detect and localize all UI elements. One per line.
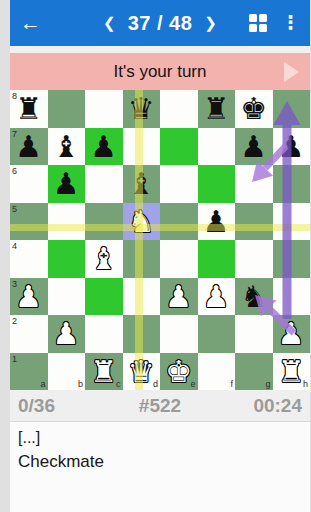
square-e3[interactable]: ♟ [160, 278, 198, 316]
square-c2[interactable] [85, 315, 123, 353]
black-bishop-d6: ♝ [123, 165, 161, 203]
square-c6[interactable] [85, 165, 123, 203]
black-pawn-g7: ♟ [235, 128, 273, 166]
square-d7[interactable] [123, 128, 161, 166]
square-b1[interactable]: b [48, 353, 86, 391]
puzzle-goal: Checkmate [18, 452, 302, 472]
square-d4[interactable] [123, 240, 161, 278]
move-history-prefix: [...] [18, 429, 302, 447]
black-pawn-c7: ♟ [85, 128, 123, 166]
square-c3[interactable] [85, 278, 123, 316]
square-b5[interactable] [48, 203, 86, 241]
rank-label-8: 8 [12, 91, 17, 101]
black-pawn-b6: ♟ [48, 165, 86, 203]
file-label-a: a [40, 379, 45, 389]
puzzle-id: #522 [98, 395, 222, 417]
turn-banner: It's your turn [10, 53, 310, 90]
top-bar-actions: ⋮ [249, 13, 300, 33]
square-e1[interactable]: e♚ [160, 353, 198, 391]
black-queen-d8: ♛ [123, 90, 161, 128]
white-pawn-f3: ♟ [198, 278, 236, 316]
square-e4[interactable] [160, 240, 198, 278]
board-grid-icon[interactable] [249, 14, 267, 32]
square-f7[interactable] [198, 128, 236, 166]
square-g2[interactable] [235, 315, 273, 353]
rank-label-5: 5 [12, 204, 17, 214]
square-g6[interactable] [235, 165, 273, 203]
white-pawn-b2: ♟ [48, 315, 86, 353]
white-knight-d5: ♞ [123, 203, 161, 241]
black-rook-f8: ♜ [198, 90, 236, 128]
file-label-c: c [116, 379, 121, 389]
bar-gap [10, 46, 310, 53]
rank-label-7: 7 [12, 129, 17, 139]
black-pawn-a7: ♟ [10, 128, 48, 166]
black-king-g8: ♚ [235, 90, 273, 128]
square-f4[interactable] [198, 240, 236, 278]
square-f6[interactable] [198, 165, 236, 203]
square-b3[interactable] [48, 278, 86, 316]
square-a8[interactable]: 8♜ [10, 90, 48, 128]
square-b6[interactable]: ♟ [48, 165, 86, 203]
white-king-e1: ♚ [160, 353, 198, 391]
square-h7[interactable]: ♟ [273, 128, 311, 166]
next-puzzle-chevron-icon[interactable]: ❯ [204, 14, 217, 32]
square-h8[interactable] [273, 90, 311, 128]
chess-board: 8♜♛♜♚7♟♝♟♟♟6♟♝5♞♟4♝3♟♟♟♞2♟♟1abc♜d♛e♚fgh♜ [10, 90, 310, 390]
square-e7[interactable] [160, 128, 198, 166]
board-squares: 8♜♛♜♚7♟♝♟♟♟6♟♝5♞♟4♝3♟♟♟♞2♟♟1abc♜d♛e♚fgh♜ [10, 90, 310, 390]
file-label-g: g [265, 379, 270, 389]
square-c8[interactable] [85, 90, 123, 128]
rank-label-3: 3 [12, 279, 17, 289]
square-a3[interactable]: 3♟ [10, 278, 48, 316]
rank-label-2: 2 [12, 316, 17, 326]
square-a5[interactable]: 5 [10, 203, 48, 241]
square-f3[interactable]: ♟ [198, 278, 236, 316]
square-a7[interactable]: 7♟ [10, 128, 48, 166]
square-d2[interactable] [123, 315, 161, 353]
square-a6[interactable]: 6 [10, 165, 48, 203]
square-d3[interactable] [123, 278, 161, 316]
square-h2[interactable]: ♟ [273, 315, 311, 353]
square-e5[interactable] [160, 203, 198, 241]
square-c4[interactable]: ♝ [85, 240, 123, 278]
square-d5[interactable]: ♞ [123, 203, 161, 241]
square-h3[interactable] [273, 278, 311, 316]
rank-label-1: 1 [12, 354, 17, 364]
square-h1[interactable]: h♜ [273, 353, 311, 391]
square-g1[interactable]: g [235, 353, 273, 391]
file-label-e: e [190, 379, 195, 389]
stats-bar: 0/36 #522 00:24 [10, 390, 310, 422]
square-c7[interactable]: ♟ [85, 128, 123, 166]
square-b7[interactable]: ♝ [48, 128, 86, 166]
square-f5[interactable]: ♟ [198, 203, 236, 241]
square-h4[interactable] [273, 240, 311, 278]
black-rook-a8: ♜ [10, 90, 48, 128]
rank-label-6: 6 [12, 166, 17, 176]
white-queen-d1: ♛ [123, 353, 161, 391]
square-c5[interactable] [85, 203, 123, 241]
white-bishop-c4: ♝ [85, 240, 123, 278]
score-counter: 0/36 [18, 395, 98, 417]
move-info-panel: [...] Checkmate [10, 422, 310, 479]
file-label-f: f [230, 379, 233, 389]
white-pawn-h2: ♟ [273, 315, 311, 353]
square-b8[interactable] [48, 90, 86, 128]
square-e2[interactable] [160, 315, 198, 353]
square-g7[interactable]: ♟ [235, 128, 273, 166]
black-knight-g3: ♞ [235, 278, 273, 316]
square-f2[interactable] [198, 315, 236, 353]
app-screen: ← ❮ 37 / 48 ❯ ⋮ It's your turn 8♜♛♜♚7♟♝♟… [10, 0, 310, 512]
white-pawn-e3: ♟ [160, 278, 198, 316]
prev-puzzle-chevron-icon[interactable]: ❮ [103, 14, 116, 32]
timer: 00:24 [222, 395, 302, 417]
turn-banner-text: It's your turn [113, 62, 206, 82]
square-e8[interactable] [160, 90, 198, 128]
square-g5[interactable] [235, 203, 273, 241]
black-pawn-f5: ♟ [198, 203, 236, 241]
square-h5[interactable] [273, 203, 311, 241]
square-g4[interactable] [235, 240, 273, 278]
square-g3[interactable]: ♞ [235, 278, 273, 316]
square-d8[interactable]: ♛ [123, 90, 161, 128]
square-a4[interactable]: 4 [10, 240, 48, 278]
file-label-d: d [153, 379, 158, 389]
file-label-b: b [78, 379, 83, 389]
square-h6[interactable] [273, 165, 311, 203]
white-pawn-a3: ♟ [10, 278, 48, 316]
square-f1[interactable]: f [198, 353, 236, 391]
square-b4[interactable] [48, 240, 86, 278]
play-triangle-icon[interactable] [284, 62, 299, 82]
square-a1[interactable]: 1a [10, 353, 48, 391]
square-d6[interactable]: ♝ [123, 165, 161, 203]
top-app-bar: ← ❮ 37 / 48 ❯ ⋮ [10, 0, 310, 46]
puzzle-counter: 37 / 48 [128, 12, 193, 35]
rank-label-4: 4 [12, 241, 17, 251]
black-bishop-b7: ♝ [48, 128, 86, 166]
square-e6[interactable] [160, 165, 198, 203]
square-g8[interactable]: ♚ [235, 90, 273, 128]
file-label-h: h [303, 379, 308, 389]
black-pawn-h7: ♟ [273, 128, 311, 166]
square-c1[interactable]: c♜ [85, 353, 123, 391]
square-b2[interactable]: ♟ [48, 315, 86, 353]
white-rook-h1: ♜ [273, 353, 311, 391]
overflow-menu-icon[interactable]: ⋮ [281, 13, 300, 33]
square-a2[interactable]: 2 [10, 315, 48, 353]
square-d1[interactable]: d♛ [123, 353, 161, 391]
square-f8[interactable]: ♜ [198, 90, 236, 128]
white-rook-c1: ♜ [85, 353, 123, 391]
back-arrow-icon[interactable]: ← [20, 0, 41, 46]
